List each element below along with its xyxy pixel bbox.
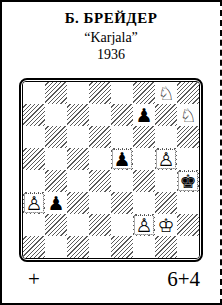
- square-f7: ♟: [133, 104, 155, 126]
- square-g2: ♔: [155, 214, 177, 236]
- square-a6: [23, 126, 45, 148]
- square-h4: ♚: [177, 170, 199, 192]
- square-f5: [133, 148, 155, 170]
- square-a7: [23, 104, 45, 126]
- square-c6: [67, 126, 89, 148]
- square-f3: [133, 192, 155, 214]
- black-pawn-e5: ♟: [112, 149, 132, 169]
- square-e7: [111, 104, 133, 126]
- chess-board: ♘♟♘♟♙♚♙♟♙♔: [23, 82, 199, 258]
- square-d5: [89, 148, 111, 170]
- source-name: “Karjala”: [2, 29, 220, 46]
- square-f4: [133, 170, 155, 192]
- square-f6: [133, 126, 155, 148]
- white-pawn-a3: ♙: [24, 193, 44, 213]
- square-a3: ♙: [23, 192, 45, 214]
- white-knight-h7: ♘: [179, 105, 196, 125]
- square-b5: [45, 148, 67, 170]
- square-a5: [23, 148, 45, 170]
- square-h2: [177, 214, 199, 236]
- square-c4: [67, 170, 89, 192]
- square-b7: [45, 104, 67, 126]
- square-f2: ♙: [133, 214, 155, 236]
- square-e8: [111, 82, 133, 104]
- square-c8: [67, 82, 89, 104]
- square-h8: [177, 82, 199, 104]
- square-a2: [23, 214, 45, 236]
- square-d8: [89, 82, 111, 104]
- square-g7: [155, 104, 177, 126]
- chess-board-inner-frame: ♘♟♘♟♙♚♙♟♙♔: [22, 81, 200, 259]
- square-f1: [133, 236, 155, 258]
- black-pawn-b3: ♟: [47, 193, 64, 213]
- square-f8: [133, 82, 155, 104]
- square-d6: [89, 126, 111, 148]
- white-pawn-f2: ♙: [134, 215, 154, 235]
- diagram-page: Б. БРЕЙДЕР “Karjala” 1936 ♘♟♘♟♙♚♙♟♙♔ + 6…: [0, 0, 222, 305]
- square-d3: [89, 192, 111, 214]
- diagram-header: Б. БРЕЙДЕР “Karjala” 1936: [2, 2, 220, 63]
- white-pawn-g5: ♙: [156, 149, 176, 169]
- square-g4: [155, 170, 177, 192]
- square-g5: ♙: [155, 148, 177, 170]
- square-b3: ♟: [45, 192, 67, 214]
- diagram-footer: + 6+4: [2, 262, 220, 292]
- white-king-g2: ♔: [157, 215, 174, 235]
- square-b8: [45, 82, 67, 104]
- square-g8: ♘: [155, 82, 177, 104]
- black-king-h4: ♚: [178, 171, 198, 191]
- white-knight-g8: ♘: [157, 83, 174, 103]
- square-d7: [89, 104, 111, 126]
- publication-year: 1936: [2, 46, 220, 63]
- material-count: 6+4: [167, 267, 200, 292]
- square-e6: [111, 126, 133, 148]
- square-b2: [45, 214, 67, 236]
- square-d4: [89, 170, 111, 192]
- square-e1: [111, 236, 133, 258]
- square-h5: [177, 148, 199, 170]
- square-h1: [177, 236, 199, 258]
- square-g1: [155, 236, 177, 258]
- square-a1: [23, 236, 45, 258]
- square-e4: [111, 170, 133, 192]
- square-d1: [89, 236, 111, 258]
- square-b1: [45, 236, 67, 258]
- square-b4: [45, 170, 67, 192]
- composer-name: Б. БРЕЙДЕР: [2, 9, 220, 28]
- square-c1: [67, 236, 89, 258]
- square-a8: [23, 82, 45, 104]
- square-d2: [89, 214, 111, 236]
- square-h6: [177, 126, 199, 148]
- chess-board-frame: ♘♟♘♟♙♚♙♟♙♔: [19, 78, 203, 262]
- square-b6: [45, 126, 67, 148]
- square-e5: ♟: [111, 148, 133, 170]
- square-e3: [111, 192, 133, 214]
- square-h3: [177, 192, 199, 214]
- square-c2: [67, 214, 89, 236]
- square-g6: [155, 126, 177, 148]
- square-c3: [67, 192, 89, 214]
- square-g3: [155, 192, 177, 214]
- stipulation: +: [28, 267, 40, 292]
- black-pawn-f7: ♟: [135, 105, 152, 125]
- square-e2: [111, 214, 133, 236]
- square-c7: [67, 104, 89, 126]
- square-h7: ♘: [177, 104, 199, 126]
- square-c5: [67, 148, 89, 170]
- square-a4: [23, 170, 45, 192]
